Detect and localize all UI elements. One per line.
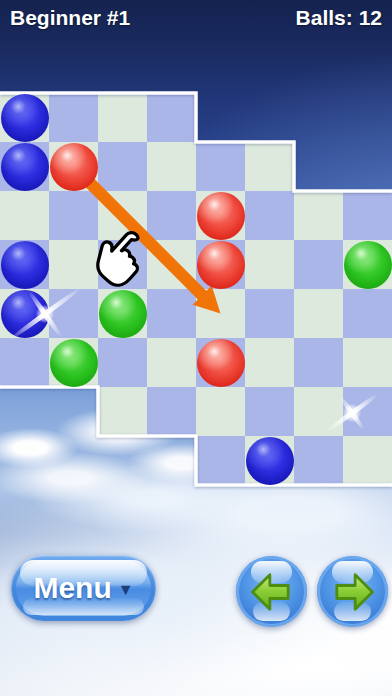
menu-label: Menu — [33, 571, 111, 605]
menu-button[interactable]: Menu ▼ — [11, 555, 156, 621]
green-ball[interactable] — [50, 339, 98, 387]
blue-ball[interactable] — [1, 143, 49, 191]
blue-ball[interactable] — [1, 290, 49, 338]
red-ball[interactable] — [197, 241, 245, 289]
menu-button-content: Menu ▼ — [11, 555, 156, 621]
next-level-button[interactable] — [317, 556, 388, 627]
blue-ball[interactable] — [246, 437, 294, 485]
hand-cursor-icon — [88, 226, 148, 292]
red-ball[interactable] — [197, 339, 245, 387]
balls-layer — [0, 93, 392, 485]
blue-ball[interactable] — [1, 241, 49, 289]
game-screen: Beginner #1 Balls: 12 Menu ▼ — [0, 0, 392, 696]
previous-level-button[interactable] — [236, 556, 307, 627]
green-ball[interactable] — [99, 290, 147, 338]
caret-down-icon: ▼ — [118, 577, 134, 599]
right-arrow-icon — [326, 565, 380, 619]
level-title: Beginner #1 — [10, 6, 130, 30]
red-ball[interactable] — [197, 192, 245, 240]
blue-ball[interactable] — [1, 94, 49, 142]
top-bar: Beginner #1 Balls: 12 — [0, 0, 392, 40]
red-ball[interactable] — [50, 143, 98, 191]
green-ball[interactable] — [344, 241, 392, 289]
left-arrow-icon — [245, 565, 299, 619]
balls-counter: Balls: 12 — [296, 6, 382, 30]
